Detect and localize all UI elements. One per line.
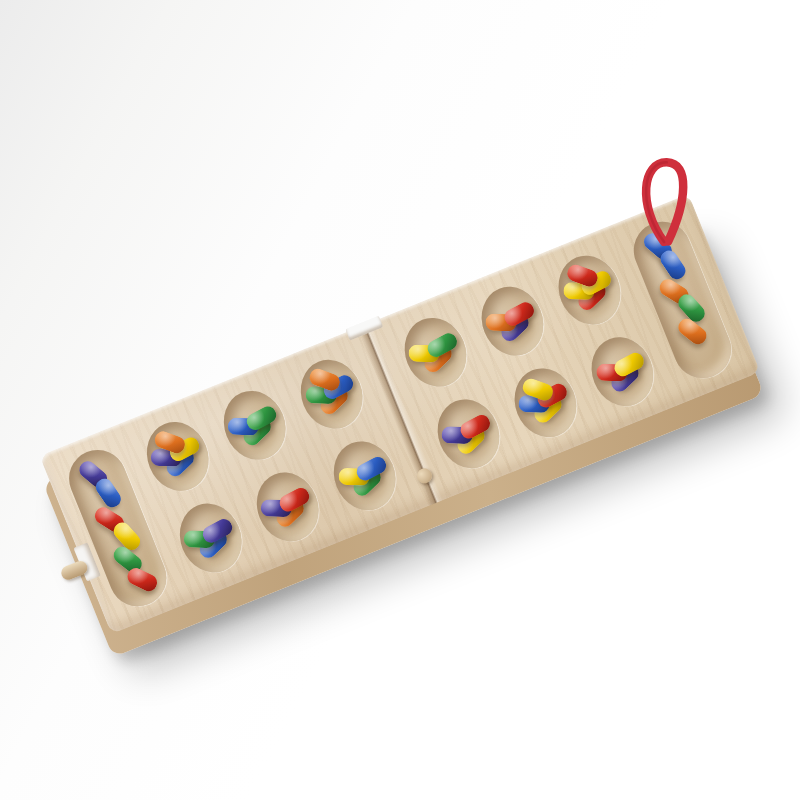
bean-red bbox=[125, 566, 160, 595]
pit-far-4[interactable] bbox=[394, 308, 476, 395]
hinge-notch bbox=[345, 316, 383, 341]
pit-near-6[interactable] bbox=[582, 328, 664, 415]
pit-far-2[interactable] bbox=[214, 381, 296, 468]
bean-blue bbox=[93, 475, 124, 510]
pit-near-2[interactable] bbox=[247, 463, 329, 550]
pit-far-3[interactable] bbox=[291, 350, 373, 437]
pit-near-1[interactable] bbox=[169, 495, 251, 582]
board-top-face bbox=[40, 194, 761, 634]
pit-far-1[interactable] bbox=[136, 413, 218, 500]
pit-near-5[interactable] bbox=[505, 359, 587, 446]
mancala-board bbox=[40, 194, 761, 634]
photo-scene bbox=[0, 0, 800, 800]
pit-near-4[interactable] bbox=[427, 390, 509, 477]
hinge-latch-peg bbox=[415, 466, 435, 486]
bean-blue bbox=[657, 247, 688, 282]
pit-near-3[interactable] bbox=[324, 432, 406, 519]
bean-orange bbox=[675, 315, 710, 347]
pit-far-5[interactable] bbox=[471, 277, 553, 364]
pit-far-6[interactable] bbox=[549, 246, 631, 333]
cord-loop bbox=[622, 145, 718, 249]
